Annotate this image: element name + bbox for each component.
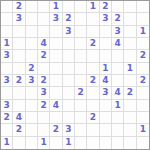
clue-number: 2: [28, 64, 34, 73]
cell-r4-c3[interactable]: [26, 38, 38, 50]
cell-r7-c2[interactable]: 2: [13, 75, 25, 87]
cell-r2-c12[interactable]: [137, 13, 149, 25]
clue-number: 2: [140, 76, 146, 85]
cell-r10-c9[interactable]: [100, 112, 112, 124]
cell-r5-c1[interactable]: 3: [1, 50, 13, 62]
clue-number: 4: [102, 76, 108, 85]
cell-r3-c7[interactable]: [75, 26, 87, 38]
cell-r9-c7[interactable]: [75, 100, 87, 112]
cell-r12-c5[interactable]: [50, 137, 62, 149]
cell-r6-c7[interactable]: [75, 63, 87, 75]
cell-r4-c1[interactable]: 1: [1, 38, 13, 50]
clue-number: 1: [4, 39, 10, 48]
cell-r8-c7[interactable]: 2: [75, 87, 87, 99]
cell-r1-c12[interactable]: [137, 1, 149, 13]
cell-r5-c4[interactable]: 2: [38, 50, 50, 62]
cell-r4-c2[interactable]: [13, 38, 25, 50]
cell-r6-c9[interactable]: 1: [100, 63, 112, 75]
cell-r2-c6[interactable]: 2: [63, 13, 75, 25]
cell-r8-c5[interactable]: [50, 87, 62, 99]
clue-number: 2: [90, 113, 96, 122]
cell-r6-c12[interactable]: [137, 63, 149, 75]
cell-r11-c5[interactable]: 2: [50, 124, 62, 136]
cell-r11-c8[interactable]: [87, 124, 99, 136]
cell-r12-c4[interactable]: 1: [38, 137, 50, 149]
cell-r2-c4[interactable]: [38, 13, 50, 25]
clue-number: 1: [65, 138, 71, 147]
cell-r7-c10[interactable]: [112, 75, 124, 87]
clue-number: 2: [16, 125, 22, 134]
cell-r11-c2[interactable]: 2: [13, 124, 25, 136]
cell-r12-c2[interactable]: [13, 137, 25, 149]
clue-number: 3: [16, 14, 22, 23]
clue-number: 3: [65, 125, 71, 134]
cell-r2-c10[interactable]: 2: [112, 13, 124, 25]
clue-number: 2: [90, 39, 96, 48]
cell-r6-c1[interactable]: [1, 63, 13, 75]
cell-r6-c6[interactable]: [63, 63, 75, 75]
cell-r11-c7[interactable]: [75, 124, 87, 136]
clue-number: 1: [115, 101, 121, 110]
cell-r2-c8[interactable]: [87, 13, 99, 25]
cell-r5-c2[interactable]: [13, 50, 25, 62]
cell-r1-c7[interactable]: [75, 1, 87, 13]
cell-r8-c12[interactable]: [137, 87, 149, 99]
cell-r12-c12[interactable]: [137, 137, 149, 149]
clue-number: 2: [115, 14, 121, 23]
cell-r7-c4[interactable]: 2: [38, 75, 50, 87]
clue-number: 1: [4, 138, 10, 147]
cell-r10-c11[interactable]: [124, 112, 136, 124]
cell-r3-c4[interactable]: [38, 26, 50, 38]
cell-r10-c3[interactable]: [26, 112, 38, 124]
cell-r7-c8[interactable]: 2: [87, 75, 99, 87]
cell-r5-c6[interactable]: [63, 50, 75, 62]
cell-r9-c6[interactable]: [63, 100, 75, 112]
cell-r6-c2[interactable]: [13, 63, 25, 75]
cell-r5-c9[interactable]: [100, 50, 112, 62]
clue-number: 2: [102, 2, 108, 11]
cell-r3-c9[interactable]: [100, 26, 112, 38]
cell-r8-c1[interactable]: [1, 87, 13, 99]
cell-r7-c6[interactable]: [63, 75, 75, 87]
clue-number: 1: [90, 2, 96, 11]
cell-r8-c8[interactable]: [87, 87, 99, 99]
cell-r1-c1[interactable]: [1, 1, 13, 13]
cell-r1-c10[interactable]: [112, 1, 124, 13]
clue-number: 2: [16, 2, 22, 11]
cell-r10-c4[interactable]: [38, 112, 50, 124]
cell-r3-c1[interactable]: [1, 26, 13, 38]
clue-number: 2: [127, 88, 133, 97]
cell-r2-c9[interactable]: 3: [100, 13, 112, 25]
cell-r7-c1[interactable]: 3: [1, 75, 13, 87]
cell-r11-c4[interactable]: [38, 124, 50, 136]
cell-r1-c9[interactable]: 2: [100, 1, 112, 13]
cell-r5-c10[interactable]: [112, 50, 124, 62]
clue-number: 2: [41, 51, 47, 60]
cell-r10-c1[interactable]: 2: [1, 112, 13, 124]
cell-r6-c11[interactable]: 1: [124, 63, 136, 75]
cell-r12-c8[interactable]: [87, 137, 99, 149]
cell-r1-c2[interactable]: 2: [13, 1, 25, 13]
cell-r9-c11[interactable]: [124, 100, 136, 112]
cell-r7-c7[interactable]: [75, 75, 87, 87]
clue-number: 4: [16, 113, 22, 122]
cell-r5-c5[interactable]: [50, 50, 62, 62]
cell-r11-c1[interactable]: [1, 124, 13, 136]
clue-number: 4: [41, 39, 47, 48]
puzzle-board: 2112332323311424322211323224232342324124…: [0, 0, 150, 150]
cell-r12-c7[interactable]: [75, 137, 87, 149]
cell-r4-c11[interactable]: [124, 38, 136, 50]
clue-number: 1: [102, 64, 108, 73]
clue-number: 2: [4, 113, 10, 122]
clue-number: 4: [53, 101, 59, 110]
cell-r7-c11[interactable]: [124, 75, 136, 87]
cell-r12-c3[interactable]: [26, 137, 38, 149]
clue-number: 3: [115, 27, 121, 36]
cell-r2-c2[interactable]: 3: [13, 13, 25, 25]
clue-number: 1: [140, 125, 146, 134]
cell-r4-c12[interactable]: [137, 38, 149, 50]
cell-r10-c7[interactable]: [75, 112, 87, 124]
clue-number: 1: [127, 64, 133, 73]
cell-r9-c3[interactable]: [26, 100, 38, 112]
cell-r7-c5[interactable]: [50, 75, 62, 87]
cell-r9-c8[interactable]: [87, 100, 99, 112]
cell-r5-c12[interactable]: 2: [137, 50, 149, 62]
cell-r2-c11[interactable]: [124, 13, 136, 25]
clue-number: 3: [102, 14, 108, 23]
cell-r12-c10[interactable]: [112, 137, 124, 149]
cell-r8-c2[interactable]: [13, 87, 25, 99]
cell-r1-c6[interactable]: [63, 1, 75, 13]
cell-r1-c5[interactable]: 1: [50, 1, 62, 13]
clue-number: 2: [140, 51, 146, 60]
cell-r9-c2[interactable]: [13, 100, 25, 112]
cell-r3-c11[interactable]: [124, 26, 136, 38]
cell-r3-c2[interactable]: [13, 26, 25, 38]
clue-number: 2: [53, 125, 59, 134]
cell-r8-c9[interactable]: 3: [100, 87, 112, 99]
clue-number: 2: [41, 76, 47, 85]
cell-r4-c10[interactable]: 4: [112, 38, 124, 50]
cell-r9-c1[interactable]: 3: [1, 100, 13, 112]
cell-r9-c4[interactable]: 2: [38, 100, 50, 112]
clue-number: 3: [4, 76, 10, 85]
cell-r3-c6[interactable]: 3: [63, 26, 75, 38]
cell-r11-c6[interactable]: 3: [63, 124, 75, 136]
clue-number: 2: [78, 88, 84, 97]
clue-number: 4: [115, 88, 121, 97]
cell-r3-c8[interactable]: [87, 26, 99, 38]
clue-number: 1: [140, 27, 146, 36]
cell-r4-c4[interactable]: 4: [38, 38, 50, 50]
cell-r6-c5[interactable]: [50, 63, 62, 75]
cell-r12-c11[interactable]: [124, 137, 136, 149]
cell-r9-c9[interactable]: [100, 100, 112, 112]
cell-r3-c3[interactable]: [26, 26, 38, 38]
cell-r9-c10[interactable]: 1: [112, 100, 124, 112]
cell-r10-c8[interactable]: 2: [87, 112, 99, 124]
cell-r5-c8[interactable]: [87, 50, 99, 62]
cell-r2-c1[interactable]: [1, 13, 13, 25]
cell-r5-c3[interactable]: [26, 50, 38, 62]
cell-r2-c7[interactable]: [75, 13, 87, 25]
cell-r2-c3[interactable]: [26, 13, 38, 25]
cell-r6-c4[interactable]: [38, 63, 50, 75]
cell-r10-c12[interactable]: [137, 112, 149, 124]
cell-r10-c6[interactable]: [63, 112, 75, 124]
cell-r11-c3[interactable]: [26, 124, 38, 136]
clue-number: 3: [4, 51, 10, 60]
cell-r2-c5[interactable]: 3: [50, 13, 62, 25]
cell-r6-c10[interactable]: [112, 63, 124, 75]
cell-r1-c4[interactable]: [38, 1, 50, 13]
cell-r12-c9[interactable]: [100, 137, 112, 149]
cell-r11-c9[interactable]: [100, 124, 112, 136]
cell-r5-c11[interactable]: [124, 50, 136, 62]
cell-r1-c3[interactable]: [26, 1, 38, 13]
clue-number: 4: [115, 39, 121, 48]
cell-r4-c9[interactable]: [100, 38, 112, 50]
clue-number: 2: [65, 14, 71, 23]
clue-number: 3: [102, 88, 108, 97]
cell-r10-c5[interactable]: [50, 112, 62, 124]
cell-r3-c12[interactable]: 1: [137, 26, 149, 38]
clue-number: 2: [41, 101, 47, 110]
clue-number: 3: [41, 88, 47, 97]
cell-r8-c10[interactable]: 4: [112, 87, 124, 99]
cell-r12-c6[interactable]: 1: [63, 137, 75, 149]
cell-r11-c10[interactable]: [112, 124, 124, 136]
clue-number: 3: [53, 14, 59, 23]
cell-r8-c11[interactable]: 2: [124, 87, 136, 99]
cell-r5-c7[interactable]: [75, 50, 87, 62]
cell-r4-c5[interactable]: [50, 38, 62, 50]
cell-r7-c3[interactable]: 3: [26, 75, 38, 87]
cell-r11-c12[interactable]: 1: [137, 124, 149, 136]
cell-r7-c9[interactable]: 4: [100, 75, 112, 87]
cell-r6-c8[interactable]: [87, 63, 99, 75]
cell-r6-c3[interactable]: 2: [26, 63, 38, 75]
cell-r4-c8[interactable]: 2: [87, 38, 99, 50]
clue-number: 2: [16, 76, 22, 85]
cell-r8-c4[interactable]: 3: [38, 87, 50, 99]
cell-r3-c5[interactable]: [50, 26, 62, 38]
cell-r7-c12[interactable]: 2: [137, 75, 149, 87]
clue-number: 2: [90, 76, 96, 85]
cell-r10-c10[interactable]: [112, 112, 124, 124]
clue-number: 1: [41, 138, 47, 147]
clue-number: 3: [65, 27, 71, 36]
cell-r11-c11[interactable]: [124, 124, 136, 136]
cell-r1-c11[interactable]: [124, 1, 136, 13]
cell-r3-c10[interactable]: 3: [112, 26, 124, 38]
cell-r9-c12[interactable]: [137, 100, 149, 112]
clue-number: 1: [53, 2, 59, 11]
cell-r4-c6[interactable]: [63, 38, 75, 50]
clue-number: 3: [28, 76, 34, 85]
cell-r8-c3[interactable]: [26, 87, 38, 99]
cell-r10-c2[interactable]: 4: [13, 112, 25, 124]
cell-r1-c8[interactable]: 1: [87, 1, 99, 13]
cell-r9-c5[interactable]: 4: [50, 100, 62, 112]
cell-r12-c1[interactable]: 1: [1, 137, 13, 149]
clue-number: 3: [4, 101, 10, 110]
cell-r8-c6[interactable]: [63, 87, 75, 99]
cell-r4-c7[interactable]: [75, 38, 87, 50]
